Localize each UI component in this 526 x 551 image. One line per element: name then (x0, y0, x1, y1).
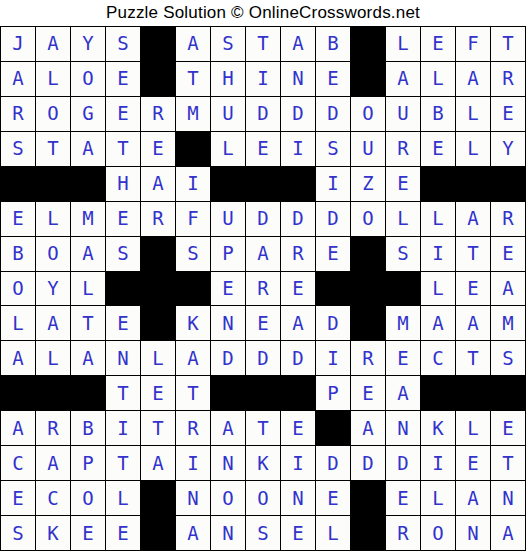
grid-cell: E (106, 62, 140, 96)
grid-cell: E (421, 27, 455, 61)
block-cell (71, 167, 105, 201)
grid-cell: A (246, 237, 280, 271)
grid-cell: E (386, 167, 420, 201)
block-cell (351, 62, 385, 96)
grid-cell: N (456, 516, 490, 550)
grid-cell: L (386, 27, 420, 61)
grid-cell: K (176, 306, 210, 340)
block-cell (141, 516, 175, 550)
grid-cell: A (351, 411, 385, 445)
grid-cell: O (1, 272, 35, 306)
grid-cell: E (141, 132, 175, 166)
grid-cell: N (281, 62, 315, 96)
block-cell (351, 27, 385, 61)
grid-cell: D (351, 446, 385, 480)
grid-cell: L (316, 516, 350, 550)
grid-cell: M (176, 97, 210, 131)
grid-cell: O (36, 237, 70, 271)
grid-cell: N (211, 306, 245, 340)
grid-cell: P (316, 376, 350, 410)
grid-cell: R (141, 202, 175, 236)
block-cell (36, 167, 70, 201)
grid-cell: D (246, 97, 280, 131)
grid-cell: E (456, 446, 490, 480)
grid-cell: P (211, 237, 245, 271)
grid-cell: L (456, 97, 490, 131)
block-cell (351, 237, 385, 271)
grid-cell: A (1, 62, 35, 96)
grid-cell: E (141, 376, 175, 410)
grid-cell: C (36, 481, 70, 515)
block-cell (211, 167, 245, 201)
grid-cell: I (106, 411, 140, 445)
block-cell (106, 272, 140, 306)
block-cell (36, 376, 70, 410)
block-cell (351, 516, 385, 550)
grid-cell: E (491, 237, 525, 271)
grid-cell: N (211, 516, 245, 550)
grid-cell: A (281, 27, 315, 61)
grid-cell: L (456, 411, 490, 445)
grid-cell: T (491, 27, 525, 61)
page-title: Puzzle Solution © OnlineCrosswords.net (106, 3, 420, 23)
grid-cell: A (491, 516, 525, 550)
grid-cell: E (246, 132, 280, 166)
grid-cell: O (71, 62, 105, 96)
grid-cell: L (106, 481, 140, 515)
block-cell (281, 376, 315, 410)
grid-cell: N (211, 446, 245, 480)
grid-cell: L (456, 132, 490, 166)
grid-cell: M (71, 202, 105, 236)
grid-cell: A (456, 62, 490, 96)
grid-cell: L (1, 306, 35, 340)
grid-cell: S (1, 132, 35, 166)
grid-cell: T (71, 306, 105, 340)
grid-cell: A (281, 306, 315, 340)
grid-cell: T (141, 411, 175, 445)
grid-cell: E (491, 411, 525, 445)
grid-cell: O (71, 481, 105, 515)
grid-cell: B (71, 411, 105, 445)
grid-cell: A (71, 237, 105, 271)
grid-cell: D (316, 97, 350, 131)
grid-cell: A (36, 27, 70, 61)
grid-cell: A (141, 446, 175, 480)
block-cell (141, 272, 175, 306)
grid-cell: E (211, 272, 245, 306)
grid-cell: E (71, 516, 105, 550)
grid-cell: H (211, 62, 245, 96)
grid-cell: R (141, 97, 175, 131)
grid-cell: S (386, 237, 420, 271)
grid-cell: E (491, 97, 525, 131)
block-cell (456, 167, 490, 201)
block-cell (176, 272, 210, 306)
grid-cell: E (456, 272, 490, 306)
grid-cell: P (71, 446, 105, 480)
grid-cell: D (281, 97, 315, 131)
grid-cell: A (36, 446, 70, 480)
grid-cell: L (211, 132, 245, 166)
grid-cell: K (421, 411, 455, 445)
block-cell (141, 62, 175, 96)
block-cell (351, 481, 385, 515)
grid-cell: U (351, 132, 385, 166)
block-cell (281, 167, 315, 201)
grid-cell: A (176, 341, 210, 375)
grid-cell: D (386, 446, 420, 480)
grid-cell: S (176, 237, 210, 271)
block-cell (141, 481, 175, 515)
grid-cell: E (1, 202, 35, 236)
block-cell (246, 376, 280, 410)
block-cell (456, 376, 490, 410)
grid-cell: S (106, 237, 140, 271)
grid-cell: D (316, 202, 350, 236)
grid-cell: Y (36, 272, 70, 306)
grid-cell: O (246, 481, 280, 515)
grid-cell: M (491, 306, 525, 340)
grid-cell: F (176, 202, 210, 236)
grid-cell: T (246, 411, 280, 445)
grid-cell: T (176, 376, 210, 410)
grid-cell: Z (351, 167, 385, 201)
grid-cell: E (246, 306, 280, 340)
grid-cell: E (386, 341, 420, 375)
grid-cell: O (421, 516, 455, 550)
grid-cell: E (316, 237, 350, 271)
block-cell (351, 272, 385, 306)
grid-cell: U (211, 202, 245, 236)
crossword-grid: JAYSASTABLEFTALOETHINEALARROGERMUDDDOUBL… (0, 26, 526, 551)
block-cell (176, 132, 210, 166)
grid-cell: A (421, 306, 455, 340)
block-cell (491, 376, 525, 410)
grid-cell: B (1, 237, 35, 271)
grid-cell: C (421, 341, 455, 375)
grid-cell: E (421, 132, 455, 166)
grid-cell: L (421, 272, 455, 306)
grid-cell: L (421, 481, 455, 515)
grid-cell: I (421, 446, 455, 480)
grid-cell: J (1, 27, 35, 61)
grid-cell: A (386, 376, 420, 410)
grid-cell: E (106, 306, 140, 340)
grid-cell: Y (491, 132, 525, 166)
grid-cell: L (36, 341, 70, 375)
grid-cell: L (36, 202, 70, 236)
grid-cell: S (1, 516, 35, 550)
block-cell (1, 376, 35, 410)
grid-cell: A (211, 411, 245, 445)
grid-cell: I (176, 446, 210, 480)
grid-cell: D (316, 306, 350, 340)
grid-cell: I (281, 446, 315, 480)
grid-cell: R (246, 272, 280, 306)
grid-cell: E (1, 481, 35, 515)
grid-cell: S (491, 341, 525, 375)
grid-cell: E (281, 272, 315, 306)
grid-cell: E (351, 376, 385, 410)
grid-cell: D (316, 446, 350, 480)
grid-cell: E (106, 97, 140, 131)
grid-cell: L (421, 62, 455, 96)
grid-cell: E (106, 516, 140, 550)
grid-cell: I (421, 237, 455, 271)
grid-cell: I (281, 132, 315, 166)
grid-cell: N (281, 481, 315, 515)
grid-cell: N (106, 341, 140, 375)
grid-cell: D (281, 202, 315, 236)
grid-cell: E (386, 481, 420, 515)
grid-cell: R (351, 341, 385, 375)
grid-cell: R (281, 237, 315, 271)
grid-cell: T (36, 132, 70, 166)
grid-cell: O (211, 481, 245, 515)
block-cell (211, 376, 245, 410)
grid-cell: A (456, 481, 490, 515)
grid-cell: M (386, 306, 420, 340)
grid-cell: A (71, 132, 105, 166)
grid-cell: R (1, 97, 35, 131)
block-cell (351, 306, 385, 340)
grid-cell: A (176, 516, 210, 550)
grid-cell: L (421, 202, 455, 236)
grid-cell: R (386, 516, 420, 550)
block-cell (386, 272, 420, 306)
grid-cell: B (421, 97, 455, 131)
grid-cell: U (211, 97, 245, 131)
grid-cell: L (36, 62, 70, 96)
grid-cell: T (106, 446, 140, 480)
grid-cell: D (246, 202, 280, 236)
grid-cell: I (246, 62, 280, 96)
grid-cell: C (1, 446, 35, 480)
grid-cell: A (456, 306, 490, 340)
grid-cell: O (351, 97, 385, 131)
grid-cell: A (1, 411, 35, 445)
grid-cell: R (491, 62, 525, 96)
block-cell (141, 237, 175, 271)
grid-cell: T (246, 27, 280, 61)
grid-cell: A (1, 341, 35, 375)
grid-cell: E (106, 202, 140, 236)
grid-cell: K (36, 516, 70, 550)
grid-cell: N (176, 481, 210, 515)
block-cell (1, 167, 35, 201)
block-cell (71, 376, 105, 410)
grid-cell: D (281, 341, 315, 375)
grid-cell: A (456, 202, 490, 236)
grid-cell: I (176, 167, 210, 201)
puzzle-solution-page: Puzzle Solution © OnlineCrosswords.net J… (0, 0, 526, 551)
grid-cell: T (456, 341, 490, 375)
grid-cell: K (246, 446, 280, 480)
grid-cell: L (386, 202, 420, 236)
grid-cell: S (211, 27, 245, 61)
grid-cell: A (386, 62, 420, 96)
grid-cell: A (36, 306, 70, 340)
grid-cell: T (491, 446, 525, 480)
grid-cell: T (456, 237, 490, 271)
block-cell (316, 411, 350, 445)
grid-cell: A (176, 27, 210, 61)
block-cell (141, 27, 175, 61)
grid-cell: O (351, 202, 385, 236)
grid-cell: R (491, 202, 525, 236)
grid-cell: G (71, 97, 105, 131)
grid-cell: S (246, 516, 280, 550)
grid-cell: N (491, 481, 525, 515)
grid-cell: R (176, 411, 210, 445)
grid-cell: U (386, 97, 420, 131)
grid-cell: R (386, 132, 420, 166)
grid-cell: O (36, 97, 70, 131)
grid-cell: A (141, 167, 175, 201)
grid-cell: A (491, 272, 525, 306)
grid-cell: T (106, 376, 140, 410)
block-cell (421, 167, 455, 201)
block-cell (141, 306, 175, 340)
grid-cell: L (71, 272, 105, 306)
grid-cell: S (316, 132, 350, 166)
title-bar: Puzzle Solution © OnlineCrosswords.net (0, 0, 526, 26)
grid-cell: E (281, 411, 315, 445)
grid-cell: Y (71, 27, 105, 61)
grid-cell: D (211, 341, 245, 375)
grid-cell: A (71, 341, 105, 375)
grid-cell: B (316, 27, 350, 61)
grid-cell: R (36, 411, 70, 445)
block-cell (246, 167, 280, 201)
grid-cell: E (316, 62, 350, 96)
grid-cell: L (141, 341, 175, 375)
grid-cell: S (106, 27, 140, 61)
block-cell (421, 376, 455, 410)
grid-cell: H (106, 167, 140, 201)
grid-cell: N (386, 411, 420, 445)
grid-cell: E (316, 481, 350, 515)
grid-cell: T (106, 132, 140, 166)
grid-cell: T (176, 62, 210, 96)
grid-cell: D (246, 341, 280, 375)
grid-cell: I (316, 341, 350, 375)
block-cell (491, 167, 525, 201)
grid-cell: I (316, 167, 350, 201)
block-cell (316, 272, 350, 306)
grid-cell: F (456, 27, 490, 61)
grid-cell: E (281, 516, 315, 550)
